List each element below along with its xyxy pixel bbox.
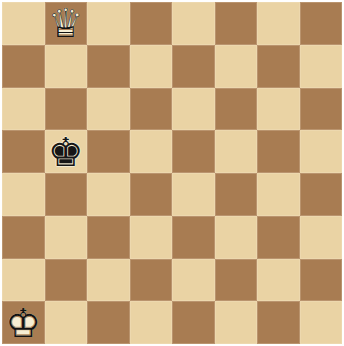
square-d4[interactable]: [130, 173, 173, 216]
square-e7[interactable]: [172, 45, 215, 88]
square-f5[interactable]: [215, 130, 258, 173]
square-h2[interactable]: [300, 259, 343, 302]
square-c5[interactable]: [87, 130, 130, 173]
black-king-piece[interactable]: ♚: [45, 130, 88, 173]
square-c4[interactable]: [87, 173, 130, 216]
chess-board-frame: ♛♕♚♚♔: [0, 0, 344, 346]
square-c7[interactable]: [87, 45, 130, 88]
square-a4[interactable]: [2, 173, 45, 216]
square-h8[interactable]: [300, 2, 343, 45]
square-f3[interactable]: [215, 216, 258, 259]
square-c1[interactable]: [87, 301, 130, 344]
square-a6[interactable]: [2, 88, 45, 131]
square-c2[interactable]: [87, 259, 130, 302]
square-b1[interactable]: [45, 301, 88, 344]
square-e6[interactable]: [172, 88, 215, 131]
white-king-outline-glyph: ♔: [2, 301, 45, 344]
square-d8[interactable]: [130, 2, 173, 45]
square-g6[interactable]: [257, 88, 300, 131]
square-f1[interactable]: [215, 301, 258, 344]
square-g5[interactable]: [257, 130, 300, 173]
white-queen-outline-glyph: ♕: [45, 2, 88, 45]
square-a8[interactable]: [2, 2, 45, 45]
square-b2[interactable]: [45, 259, 88, 302]
square-e4[interactable]: [172, 173, 215, 216]
square-d2[interactable]: [130, 259, 173, 302]
square-b8[interactable]: ♛♕: [45, 2, 88, 45]
square-h1[interactable]: [300, 301, 343, 344]
square-b6[interactable]: [45, 88, 88, 131]
square-g8[interactable]: [257, 2, 300, 45]
square-d5[interactable]: [130, 130, 173, 173]
square-d7[interactable]: [130, 45, 173, 88]
black-king-glyph: ♚: [45, 130, 88, 173]
square-e5[interactable]: [172, 130, 215, 173]
square-g2[interactable]: [257, 259, 300, 302]
square-e8[interactable]: [172, 2, 215, 45]
square-a2[interactable]: [2, 259, 45, 302]
square-f7[interactable]: [215, 45, 258, 88]
white-queen-piece[interactable]: ♛♕: [45, 2, 88, 45]
square-d6[interactable]: [130, 88, 173, 131]
square-a3[interactable]: [2, 216, 45, 259]
square-e3[interactable]: [172, 216, 215, 259]
square-d1[interactable]: [130, 301, 173, 344]
square-h5[interactable]: [300, 130, 343, 173]
square-f4[interactable]: [215, 173, 258, 216]
square-g7[interactable]: [257, 45, 300, 88]
chess-board: ♛♕♚♚♔: [2, 2, 342, 344]
square-h6[interactable]: [300, 88, 343, 131]
square-h4[interactable]: [300, 173, 343, 216]
square-b3[interactable]: [45, 216, 88, 259]
square-h3[interactable]: [300, 216, 343, 259]
square-b5[interactable]: ♚: [45, 130, 88, 173]
square-b4[interactable]: [45, 173, 88, 216]
square-g3[interactable]: [257, 216, 300, 259]
square-c3[interactable]: [87, 216, 130, 259]
square-e1[interactable]: [172, 301, 215, 344]
square-c6[interactable]: [87, 88, 130, 131]
square-f8[interactable]: [215, 2, 258, 45]
square-a7[interactable]: [2, 45, 45, 88]
square-f6[interactable]: [215, 88, 258, 131]
square-d3[interactable]: [130, 216, 173, 259]
square-g1[interactable]: [257, 301, 300, 344]
square-c8[interactable]: [87, 2, 130, 45]
square-e2[interactable]: [172, 259, 215, 302]
square-f2[interactable]: [215, 259, 258, 302]
square-a5[interactable]: [2, 130, 45, 173]
square-a1[interactable]: ♚♔: [2, 301, 45, 344]
white-king-piece[interactable]: ♚♔: [2, 301, 45, 344]
square-b7[interactable]: [45, 45, 88, 88]
square-h7[interactable]: [300, 45, 343, 88]
square-g4[interactable]: [257, 173, 300, 216]
